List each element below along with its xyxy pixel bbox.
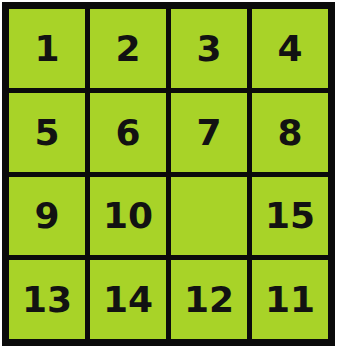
tile-10[interactable]: 10 <box>90 177 166 256</box>
tile-7[interactable]: 7 <box>171 93 247 172</box>
tile-11[interactable]: 11 <box>252 260 328 339</box>
tile-12[interactable]: 12 <box>171 260 247 339</box>
tile-15[interactable]: 15 <box>252 177 328 256</box>
empty-cell <box>171 177 247 256</box>
tile-8[interactable]: 8 <box>252 93 328 172</box>
tile-9[interactable]: 9 <box>9 177 85 256</box>
tile-3[interactable]: 3 <box>171 9 247 88</box>
tile-13[interactable]: 13 <box>9 260 85 339</box>
tile-2[interactable]: 2 <box>90 9 166 88</box>
tile-5[interactable]: 5 <box>9 93 85 172</box>
tile-6[interactable]: 6 <box>90 93 166 172</box>
tile-14[interactable]: 14 <box>90 260 166 339</box>
fifteen-puzzle-board: 1 2 3 4 5 6 7 8 9 10 15 13 14 12 11 <box>2 2 335 346</box>
tile-1[interactable]: 1 <box>9 9 85 88</box>
tile-4[interactable]: 4 <box>252 9 328 88</box>
